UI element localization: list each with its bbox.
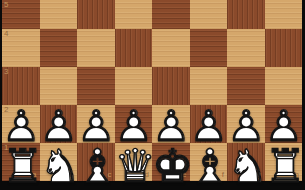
white-pawn[interactable]: ♟♙ <box>265 105 303 143</box>
square-d2[interactable]: ♟♙ <box>115 105 153 143</box>
square-h1[interactable]: h♜♖ <box>265 143 303 181</box>
white-knight[interactable]: ♞♘ <box>227 143 265 181</box>
white-bishop[interactable]: ♝♗ <box>77 143 115 181</box>
square-h3[interactable] <box>265 67 303 105</box>
square-b5[interactable] <box>40 0 78 29</box>
white-pawn[interactable]: ♟♙ <box>2 105 40 143</box>
square-g1[interactable]: g♞♘ <box>227 143 265 181</box>
square-a4[interactable]: 4 <box>2 29 40 67</box>
square-h5[interactable] <box>265 0 303 29</box>
square-b4[interactable] <box>40 29 78 67</box>
square-e1[interactable]: e♚♔ <box>152 143 190 181</box>
bishop-outline-icon: ♗ <box>77 143 118 189</box>
square-g5[interactable] <box>227 0 265 29</box>
queen-outline-icon: ♕ <box>115 143 156 189</box>
white-pawn[interactable]: ♟♙ <box>77 105 115 143</box>
square-d5[interactable] <box>115 0 153 29</box>
square-c1[interactable]: c♝♗ <box>77 143 115 181</box>
square-a5[interactable]: 5 <box>2 0 40 29</box>
square-f1[interactable]: f♝♗ <box>190 143 228 181</box>
square-d4[interactable] <box>115 29 153 67</box>
rook-outline-icon: ♖ <box>265 143 305 189</box>
rook-outline-icon: ♖ <box>2 143 43 189</box>
white-rook[interactable]: ♜♖ <box>2 143 40 181</box>
square-a3[interactable]: 3 <box>2 67 40 105</box>
white-knight[interactable]: ♞♘ <box>40 143 78 181</box>
knight-outline-icon: ♘ <box>40 143 81 189</box>
square-e4[interactable] <box>152 29 190 67</box>
square-h2[interactable]: ♟♙ <box>265 105 303 143</box>
square-g3[interactable] <box>227 67 265 105</box>
square-g2[interactable]: ♟♙ <box>227 105 265 143</box>
chess-board: 5432♟♙♟♙♟♙♟♙♟♙♟♙♟♙♟♙1a♜♖b♞♘c♝♗d♛♕e♚♔f♝♗g… <box>2 0 302 181</box>
square-c3[interactable] <box>77 67 115 105</box>
square-b1[interactable]: b♞♘ <box>40 143 78 181</box>
white-pawn[interactable]: ♟♙ <box>152 105 190 143</box>
white-queen[interactable]: ♛♕ <box>115 143 153 181</box>
knight-outline-icon: ♘ <box>227 143 268 189</box>
square-f4[interactable] <box>190 29 228 67</box>
rank-label-5: 5 <box>4 1 8 9</box>
white-pawn[interactable]: ♟♙ <box>190 105 228 143</box>
king-outline-icon: ♔ <box>152 143 193 189</box>
square-d3[interactable] <box>115 67 153 105</box>
square-e3[interactable] <box>152 67 190 105</box>
square-d1[interactable]: d♛♕ <box>115 143 153 181</box>
square-a1[interactable]: 1a♜♖ <box>2 143 40 181</box>
square-e5[interactable] <box>152 0 190 29</box>
square-b2[interactable]: ♟♙ <box>40 105 78 143</box>
square-f5[interactable] <box>190 0 228 29</box>
square-g4[interactable] <box>227 29 265 67</box>
square-c4[interactable] <box>77 29 115 67</box>
square-f3[interactable] <box>190 67 228 105</box>
white-king[interactable]: ♚♔ <box>152 143 190 181</box>
white-rook[interactable]: ♜♖ <box>265 143 303 181</box>
square-a2[interactable]: 2♟♙ <box>2 105 40 143</box>
square-e2[interactable]: ♟♙ <box>152 105 190 143</box>
white-bishop[interactable]: ♝♗ <box>190 143 228 181</box>
bishop-outline-icon: ♗ <box>190 143 231 189</box>
rank-label-4: 4 <box>4 30 8 38</box>
white-pawn[interactable]: ♟♙ <box>227 105 265 143</box>
square-f2[interactable]: ♟♙ <box>190 105 228 143</box>
chess-board-viewport: 5432♟♙♟♙♟♙♟♙♟♙♟♙♟♙♟♙1a♜♖b♞♘c♝♗d♛♕e♚♔f♝♗g… <box>0 0 304 190</box>
square-c2[interactable]: ♟♙ <box>77 105 115 143</box>
square-c5[interactable] <box>77 0 115 29</box>
square-b3[interactable] <box>40 67 78 105</box>
white-pawn[interactable]: ♟♙ <box>115 105 153 143</box>
white-pawn[interactable]: ♟♙ <box>40 105 78 143</box>
rank-label-3: 3 <box>4 68 8 76</box>
square-h4[interactable] <box>265 29 303 67</box>
